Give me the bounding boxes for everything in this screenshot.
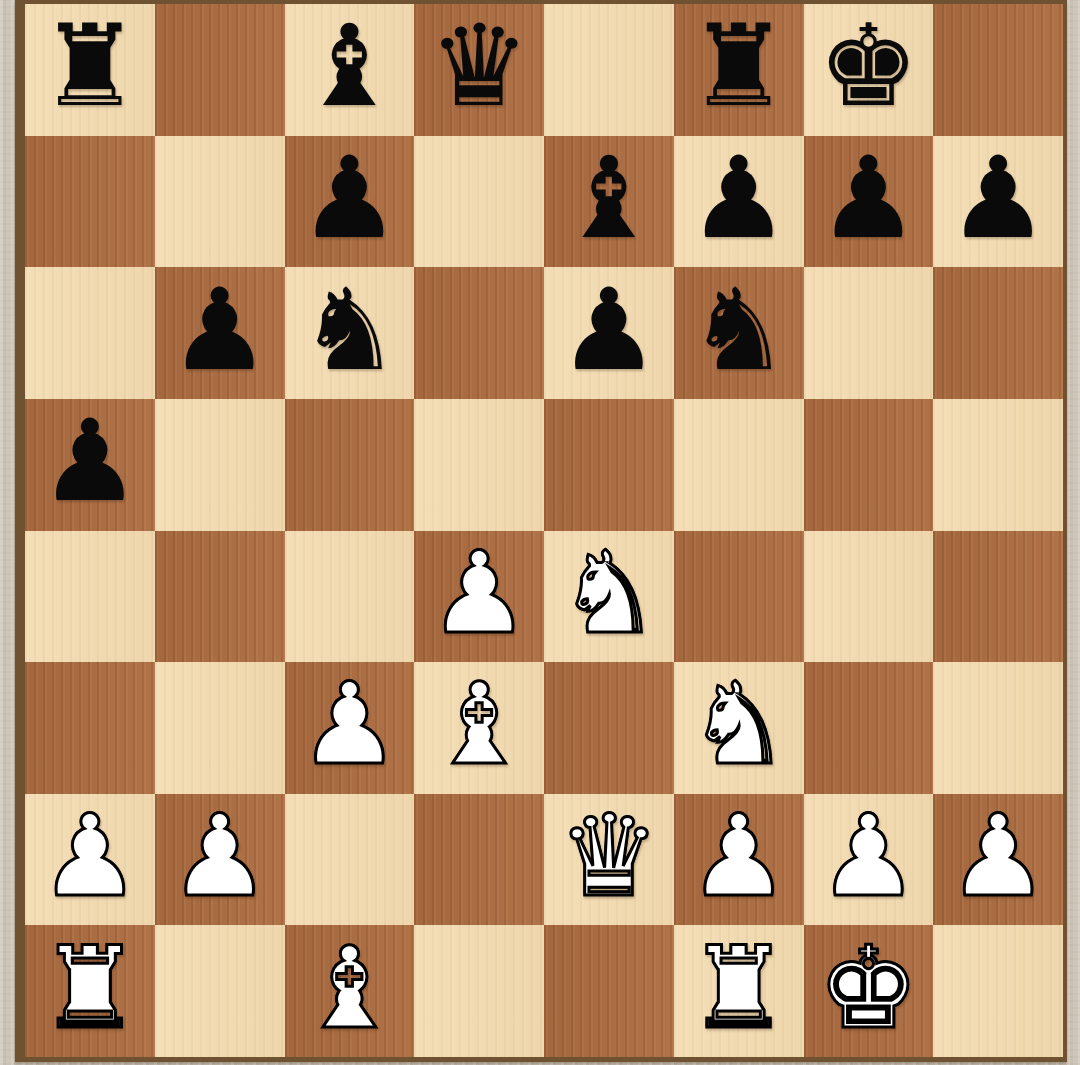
square-b1[interactable] (155, 925, 285, 1057)
square-d2[interactable] (414, 794, 544, 926)
square-e8[interactable] (544, 4, 674, 136)
square-c8[interactable]: ♝ (285, 4, 415, 136)
piece-white-pawn[interactable]: ♟ (688, 800, 789, 913)
square-d1[interactable] (414, 925, 544, 1057)
square-d3[interactable]: ♝ (414, 662, 544, 794)
square-f4[interactable] (674, 531, 804, 663)
piece-white-pawn[interactable]: ♟ (299, 668, 400, 781)
square-h1[interactable] (933, 925, 1063, 1057)
square-a2[interactable]: ♟ (25, 794, 155, 926)
square-e3[interactable] (544, 662, 674, 794)
square-g8[interactable]: ♚ (804, 4, 934, 136)
square-h6[interactable] (933, 267, 1063, 399)
piece-white-knight[interactable]: ♞ (688, 668, 789, 781)
square-a7[interactable] (25, 136, 155, 268)
piece-black-bishop[interactable]: ♝ (558, 142, 659, 255)
piece-black-pawn[interactable]: ♟ (947, 142, 1048, 255)
square-d6[interactable] (414, 267, 544, 399)
piece-white-knight[interactable]: ♞ (558, 537, 659, 650)
square-b2[interactable]: ♟ (155, 794, 285, 926)
square-h8[interactable] (933, 4, 1063, 136)
piece-white-bishop[interactable]: ♝ (428, 668, 529, 781)
square-c2[interactable] (285, 794, 415, 926)
square-b8[interactable] (155, 4, 285, 136)
piece-black-king[interactable]: ♚ (818, 10, 919, 123)
square-a6[interactable] (25, 267, 155, 399)
square-f6[interactable]: ♞ (674, 267, 804, 399)
piece-black-pawn[interactable]: ♟ (39, 405, 140, 518)
piece-black-queen[interactable]: ♛ (428, 10, 529, 123)
square-c7[interactable]: ♟ (285, 136, 415, 268)
square-g3[interactable] (804, 662, 934, 794)
square-d5[interactable] (414, 399, 544, 531)
square-f5[interactable] (674, 399, 804, 531)
square-g1[interactable]: ♚ (804, 925, 934, 1057)
square-f3[interactable]: ♞ (674, 662, 804, 794)
piece-white-bishop[interactable]: ♝ (299, 932, 400, 1045)
chess-board-frame: ♜♝♛♜♚♟♝♟♟♟♟♞♟♞♟♟♞♟♝♞♟♟♛♟♟♟♜♝♜♚ (15, 0, 1067, 1062)
square-g7[interactable]: ♟ (804, 136, 934, 268)
square-a4[interactable] (25, 531, 155, 663)
square-a3[interactable] (25, 662, 155, 794)
square-e1[interactable] (544, 925, 674, 1057)
square-b7[interactable] (155, 136, 285, 268)
square-h3[interactable] (933, 662, 1063, 794)
square-d8[interactable]: ♛ (414, 4, 544, 136)
square-c3[interactable]: ♟ (285, 662, 415, 794)
piece-white-rook[interactable]: ♜ (688, 932, 789, 1045)
square-c4[interactable] (285, 531, 415, 663)
piece-white-pawn[interactable]: ♟ (428, 537, 529, 650)
piece-black-rook[interactable]: ♜ (39, 10, 140, 123)
square-h5[interactable] (933, 399, 1063, 531)
square-f7[interactable]: ♟ (674, 136, 804, 268)
square-h7[interactable]: ♟ (933, 136, 1063, 268)
square-f8[interactable]: ♜ (674, 4, 804, 136)
piece-black-pawn[interactable]: ♟ (299, 142, 400, 255)
piece-black-bishop[interactable]: ♝ (299, 10, 400, 123)
square-g6[interactable] (804, 267, 934, 399)
square-d7[interactable] (414, 136, 544, 268)
piece-black-knight[interactable]: ♞ (688, 274, 789, 387)
piece-white-king[interactable]: ♚ (818, 932, 919, 1045)
piece-black-pawn[interactable]: ♟ (169, 274, 270, 387)
square-e6[interactable]: ♟ (544, 267, 674, 399)
piece-white-rook[interactable]: ♜ (39, 932, 140, 1045)
chess-board: ♜♝♛♜♚♟♝♟♟♟♟♞♟♞♟♟♞♟♝♞♟♟♛♟♟♟♜♝♜♚ (25, 4, 1063, 1057)
piece-white-pawn[interactable]: ♟ (39, 800, 140, 913)
piece-white-pawn[interactable]: ♟ (947, 800, 1048, 913)
piece-black-rook[interactable]: ♜ (688, 10, 789, 123)
piece-black-pawn[interactable]: ♟ (558, 274, 659, 387)
square-c1[interactable]: ♝ (285, 925, 415, 1057)
piece-white-pawn[interactable]: ♟ (169, 800, 270, 913)
square-c6[interactable]: ♞ (285, 267, 415, 399)
square-f1[interactable]: ♜ (674, 925, 804, 1057)
piece-black-pawn[interactable]: ♟ (818, 142, 919, 255)
square-g2[interactable]: ♟ (804, 794, 934, 926)
square-b3[interactable] (155, 662, 285, 794)
square-g4[interactable] (804, 531, 934, 663)
square-d4[interactable]: ♟ (414, 531, 544, 663)
square-h2[interactable]: ♟ (933, 794, 1063, 926)
square-e4[interactable]: ♞ (544, 531, 674, 663)
square-e5[interactable] (544, 399, 674, 531)
square-e2[interactable]: ♛ (544, 794, 674, 926)
piece-black-pawn[interactable]: ♟ (688, 142, 789, 255)
square-c5[interactable] (285, 399, 415, 531)
square-b4[interactable] (155, 531, 285, 663)
piece-white-queen[interactable]: ♛ (558, 800, 659, 913)
piece-white-pawn[interactable]: ♟ (818, 800, 919, 913)
square-g5[interactable] (804, 399, 934, 531)
square-a8[interactable]: ♜ (25, 4, 155, 136)
piece-black-knight[interactable]: ♞ (299, 274, 400, 387)
square-e7[interactable]: ♝ (544, 136, 674, 268)
square-b5[interactable] (155, 399, 285, 531)
square-a1[interactable]: ♜ (25, 925, 155, 1057)
square-f2[interactable]: ♟ (674, 794, 804, 926)
square-h4[interactable] (933, 531, 1063, 663)
square-b6[interactable]: ♟ (155, 267, 285, 399)
square-a5[interactable]: ♟ (25, 399, 155, 531)
